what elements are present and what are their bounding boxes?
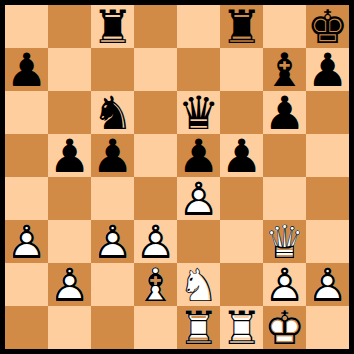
square-e8[interactable] [177, 5, 220, 48]
piece-fill-glyph: ♝ [134, 263, 177, 306]
piece-glyph: ♟ [220, 134, 263, 177]
square-c1[interactable] [91, 306, 134, 349]
square-e5[interactable]: ♟ [177, 134, 220, 177]
square-d7[interactable] [134, 48, 177, 91]
white-pawn: ♟♙ [177, 177, 220, 220]
square-e1[interactable]: ♜♖ [177, 306, 220, 349]
piece-fill-glyph: ♟ [134, 220, 177, 263]
piece-glyph: ♟ [91, 134, 134, 177]
square-g8[interactable] [263, 5, 306, 48]
piece-outline-glyph: ♔ [263, 306, 306, 349]
black-pawn: ♟ [306, 48, 349, 91]
square-a7[interactable]: ♟ [5, 48, 48, 91]
white-king: ♚♔ [263, 306, 306, 349]
piece-outline-glyph: ♙ [306, 263, 349, 306]
square-h1[interactable] [306, 306, 349, 349]
square-b5[interactable]: ♟ [48, 134, 91, 177]
piece-glyph: ♟ [177, 134, 220, 177]
black-pawn: ♟ [91, 134, 134, 177]
piece-glyph: ♝ [263, 48, 306, 91]
piece-glyph: ♟ [306, 48, 349, 91]
square-h8[interactable]: ♚ [306, 5, 349, 48]
square-h6[interactable] [306, 91, 349, 134]
white-pawn: ♟♙ [5, 220, 48, 263]
square-a8[interactable] [5, 5, 48, 48]
square-a5[interactable] [5, 134, 48, 177]
square-b6[interactable] [48, 91, 91, 134]
square-f4[interactable] [220, 177, 263, 220]
square-f1[interactable]: ♜♖ [220, 306, 263, 349]
square-f8[interactable]: ♜ [220, 5, 263, 48]
piece-fill-glyph: ♚ [263, 306, 306, 349]
square-f5[interactable]: ♟ [220, 134, 263, 177]
square-a4[interactable] [5, 177, 48, 220]
white-pawn: ♟♙ [134, 220, 177, 263]
piece-fill-glyph: ♜ [220, 306, 263, 349]
piece-glyph: ♟ [263, 91, 306, 134]
piece-outline-glyph: ♙ [134, 220, 177, 263]
square-e2[interactable]: ♞♘ [177, 263, 220, 306]
square-b1[interactable] [48, 306, 91, 349]
piece-fill-glyph: ♟ [263, 263, 306, 306]
square-g4[interactable] [263, 177, 306, 220]
square-g2[interactable]: ♟♙ [263, 263, 306, 306]
square-d4[interactable] [134, 177, 177, 220]
piece-fill-glyph: ♞ [177, 263, 220, 306]
piece-outline-glyph: ♙ [5, 220, 48, 263]
piece-outline-glyph: ♙ [177, 177, 220, 220]
square-e7[interactable] [177, 48, 220, 91]
square-a3[interactable]: ♟♙ [5, 220, 48, 263]
square-e3[interactable] [177, 220, 220, 263]
piece-fill-glyph: ♟ [177, 177, 220, 220]
square-d6[interactable] [134, 91, 177, 134]
square-a6[interactable] [5, 91, 48, 134]
square-d1[interactable] [134, 306, 177, 349]
black-pawn: ♟ [220, 134, 263, 177]
piece-glyph: ♟ [48, 134, 91, 177]
black-king: ♚ [306, 5, 349, 48]
square-c6[interactable]: ♞ [91, 91, 134, 134]
piece-fill-glyph: ♜ [177, 306, 220, 349]
piece-fill-glyph: ♟ [48, 263, 91, 306]
square-c2[interactable] [91, 263, 134, 306]
square-d5[interactable] [134, 134, 177, 177]
black-queen: ♛ [177, 91, 220, 134]
square-c5[interactable]: ♟ [91, 134, 134, 177]
piece-glyph: ♜ [220, 5, 263, 48]
chess-board-frame: ♜♜♚♟♝♟♞♛♟♟♟♟♟♟♙♟♙♟♙♟♙♛♕♟♙♝♗♞♘♟♙♟♙♜♖♜♖♚♔ [0, 0, 354, 354]
square-h7[interactable]: ♟ [306, 48, 349, 91]
piece-glyph: ♞ [91, 91, 134, 134]
piece-outline-glyph: ♙ [48, 263, 91, 306]
white-pawn: ♟♙ [306, 263, 349, 306]
black-bishop: ♝ [263, 48, 306, 91]
square-c8[interactable]: ♜ [91, 5, 134, 48]
white-pawn: ♟♙ [48, 263, 91, 306]
white-knight: ♞♘ [177, 263, 220, 306]
square-f3[interactable] [220, 220, 263, 263]
square-b7[interactable] [48, 48, 91, 91]
white-pawn: ♟♙ [263, 263, 306, 306]
square-h2[interactable]: ♟♙ [306, 263, 349, 306]
square-e6[interactable]: ♛ [177, 91, 220, 134]
piece-fill-glyph: ♟ [5, 220, 48, 263]
piece-fill-glyph: ♟ [306, 263, 349, 306]
piece-outline-glyph: ♘ [177, 263, 220, 306]
white-queen: ♛♕ [263, 220, 306, 263]
white-pawn: ♟♙ [91, 220, 134, 263]
square-h4[interactable] [306, 177, 349, 220]
square-b2[interactable]: ♟♙ [48, 263, 91, 306]
piece-outline-glyph: ♙ [263, 263, 306, 306]
black-knight: ♞ [91, 91, 134, 134]
piece-glyph: ♚ [306, 5, 349, 48]
square-g5[interactable] [263, 134, 306, 177]
white-rook: ♜♖ [177, 306, 220, 349]
chess-board: ♜♜♚♟♝♟♞♛♟♟♟♟♟♟♙♟♙♟♙♟♙♛♕♟♙♝♗♞♘♟♙♟♙♜♖♜♖♚♔ [5, 5, 349, 349]
black-rook: ♜ [220, 5, 263, 48]
square-b8[interactable] [48, 5, 91, 48]
square-c3[interactable]: ♟♙ [91, 220, 134, 263]
square-h3[interactable] [306, 220, 349, 263]
square-a2[interactable] [5, 263, 48, 306]
piece-outline-glyph: ♕ [263, 220, 306, 263]
square-b3[interactable] [48, 220, 91, 263]
square-d2[interactable]: ♝♗ [134, 263, 177, 306]
piece-glyph: ♛ [177, 91, 220, 134]
square-b4[interactable] [48, 177, 91, 220]
piece-outline-glyph: ♖ [220, 306, 263, 349]
square-a1[interactable] [5, 306, 48, 349]
square-g3[interactable]: ♛♕ [263, 220, 306, 263]
black-pawn: ♟ [5, 48, 48, 91]
square-f7[interactable] [220, 48, 263, 91]
black-pawn: ♟ [177, 134, 220, 177]
square-d3[interactable]: ♟♙ [134, 220, 177, 263]
piece-outline-glyph: ♙ [91, 220, 134, 263]
piece-outline-glyph: ♖ [177, 306, 220, 349]
square-c4[interactable] [91, 177, 134, 220]
square-c7[interactable] [91, 48, 134, 91]
square-f2[interactable] [220, 263, 263, 306]
square-f6[interactable] [220, 91, 263, 134]
piece-outline-glyph: ♗ [134, 263, 177, 306]
piece-fill-glyph: ♟ [91, 220, 134, 263]
black-pawn: ♟ [48, 134, 91, 177]
square-d8[interactable] [134, 5, 177, 48]
piece-fill-glyph: ♛ [263, 220, 306, 263]
square-g1[interactable]: ♚♔ [263, 306, 306, 349]
square-e4[interactable]: ♟♙ [177, 177, 220, 220]
piece-glyph: ♜ [91, 5, 134, 48]
square-g7[interactable]: ♝ [263, 48, 306, 91]
piece-glyph: ♟ [5, 48, 48, 91]
square-h5[interactable] [306, 134, 349, 177]
square-g6[interactable]: ♟ [263, 91, 306, 134]
white-bishop: ♝♗ [134, 263, 177, 306]
black-rook: ♜ [91, 5, 134, 48]
black-pawn: ♟ [263, 91, 306, 134]
white-rook: ♜♖ [220, 306, 263, 349]
